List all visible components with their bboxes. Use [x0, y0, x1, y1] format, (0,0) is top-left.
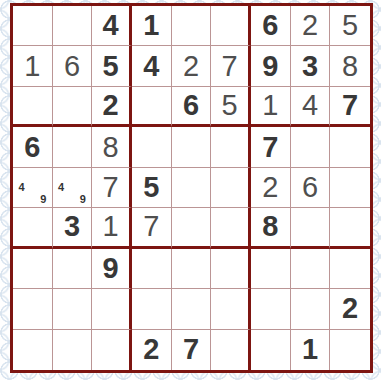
cell-r7c2[interactable] [53, 249, 93, 289]
cell-r7c3[interactable]: 9 [92, 249, 132, 289]
cell-r3c4[interactable] [132, 87, 172, 127]
cell-r9c7[interactable] [251, 330, 291, 370]
cell-r3c2[interactable] [53, 87, 93, 127]
cell-r7c6[interactable] [211, 249, 251, 289]
cell-r7c8[interactable] [291, 249, 331, 289]
cell-r8c5[interactable] [172, 289, 212, 329]
cell-r9c6[interactable] [211, 330, 251, 370]
cell-r7c1[interactable] [13, 249, 53, 289]
cell-r7c9[interactable] [330, 249, 370, 289]
cell-r3c9[interactable]: 7 [330, 87, 370, 127]
cell-r1c2[interactable] [53, 6, 93, 46]
cell-r4c9[interactable] [330, 127, 370, 167]
cell-r3c6[interactable]: 5 [211, 87, 251, 127]
cell-r2c7[interactable]: 9 [251, 46, 291, 86]
cell-r9c9[interactable] [330, 330, 370, 370]
cell-r4c4[interactable] [132, 127, 172, 167]
cell-r7c7[interactable] [251, 249, 291, 289]
cell-r9c8[interactable]: 1 [291, 330, 331, 370]
cell-r1c4[interactable]: 1 [132, 6, 172, 46]
cell-r4c6[interactable] [211, 127, 251, 167]
cell-r2c2[interactable]: 6 [53, 46, 93, 86]
cell-r6c8[interactable] [291, 208, 331, 248]
cell-r1c9[interactable]: 5 [330, 6, 370, 46]
cell-r3c8[interactable]: 4 [291, 87, 331, 127]
cell-r5c5[interactable] [172, 168, 212, 208]
cell-r3c5[interactable]: 6 [172, 87, 212, 127]
cell-r9c5[interactable]: 7 [172, 330, 212, 370]
pencil-mark: 9 [38, 194, 49, 205]
cell-r5c6[interactable] [211, 168, 251, 208]
cell-r9c3[interactable] [92, 330, 132, 370]
cell-r1c7[interactable]: 6 [251, 6, 291, 46]
cell-r3c7[interactable]: 1 [251, 87, 291, 127]
cell-r2c4[interactable]: 4 [132, 46, 172, 86]
pencil-mark: 4 [16, 182, 27, 193]
cell-r6c5[interactable] [172, 208, 212, 248]
cell-r4c8[interactable] [291, 127, 331, 167]
cell-r4c3[interactable]: 8 [92, 127, 132, 167]
cell-r6c9[interactable] [330, 208, 370, 248]
cell-r8c1[interactable] [13, 289, 53, 329]
cell-r7c5[interactable] [172, 249, 212, 289]
page-background: 4162516542793826514768749497526317892271 [0, 0, 381, 380]
cell-r4c5[interactable] [172, 127, 212, 167]
cell-r1c6[interactable] [211, 6, 251, 46]
cell-r9c4[interactable]: 2 [132, 330, 172, 370]
cell-r4c7[interactable]: 7 [251, 127, 291, 167]
sudoku-board: 4162516542793826514768749497526317892271 [10, 3, 373, 373]
cell-r9c2[interactable] [53, 330, 93, 370]
cell-r5c3[interactable]: 7 [92, 168, 132, 208]
cell-r6c4[interactable]: 7 [132, 208, 172, 248]
cell-r6c3[interactable]: 1 [92, 208, 132, 248]
cell-r5c8[interactable]: 6 [291, 168, 331, 208]
pencil-mark: 9 [77, 194, 88, 205]
cell-r1c3[interactable]: 4 [92, 6, 132, 46]
cell-r7c4[interactable] [132, 249, 172, 289]
cell-r2c8[interactable]: 3 [291, 46, 331, 86]
cell-r3c3[interactable]: 2 [92, 87, 132, 127]
cell-r1c8[interactable]: 2 [291, 6, 331, 46]
cell-r5c7[interactable]: 2 [251, 168, 291, 208]
cell-r1c5[interactable] [172, 6, 212, 46]
cell-r2c1[interactable]: 1 [13, 46, 53, 86]
cell-r2c9[interactable]: 8 [330, 46, 370, 86]
cell-r4c1[interactable]: 6 [13, 127, 53, 167]
cell-r6c2[interactable]: 3 [53, 208, 93, 248]
cell-r8c3[interactable] [92, 289, 132, 329]
cell-r3c1[interactable] [13, 87, 53, 127]
cell-r8c8[interactable] [291, 289, 331, 329]
cell-r8c6[interactable] [211, 289, 251, 329]
cell-r5c9[interactable] [330, 168, 370, 208]
cell-r6c7[interactable]: 8 [251, 208, 291, 248]
cell-r2c6[interactable]: 7 [211, 46, 251, 86]
cell-r6c1[interactable] [13, 208, 53, 248]
cell-r8c9[interactable]: 2 [330, 289, 370, 329]
cell-r2c3[interactable]: 5 [92, 46, 132, 86]
cell-r8c7[interactable] [251, 289, 291, 329]
cell-r1c1[interactable] [13, 6, 53, 46]
cell-r5c2[interactable]: 49 [53, 168, 93, 208]
cell-r6c6[interactable] [211, 208, 251, 248]
cell-r2c5[interactable]: 2 [172, 46, 212, 86]
cell-r4c2[interactable] [53, 127, 93, 167]
cell-r9c1[interactable] [13, 330, 53, 370]
cell-r5c1[interactable]: 49 [13, 168, 53, 208]
cell-r5c4[interactable]: 5 [132, 168, 172, 208]
cell-r8c4[interactable] [132, 289, 172, 329]
pencil-mark: 4 [56, 182, 67, 193]
cell-r8c2[interactable] [53, 289, 93, 329]
